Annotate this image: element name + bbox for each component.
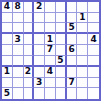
cell-r3c9[interactable] — [88, 23, 99, 34]
cell-r6c5[interactable] — [45, 56, 56, 67]
cell-r7c9[interactable] — [88, 67, 99, 78]
cell-r3c4[interactable] — [34, 23, 45, 34]
cell-r5c8[interactable] — [77, 45, 88, 56]
cell-r1c4[interactable]: 2 — [34, 2, 45, 13]
cell-r8c8[interactable] — [77, 78, 88, 89]
cell-r9c2[interactable] — [13, 88, 24, 99]
cell-r9c9[interactable] — [88, 88, 99, 99]
sudoku-board: 48215314765124375 — [0, 0, 101, 101]
cell-r8c4[interactable]: 3 — [34, 78, 45, 89]
cell-r6c8[interactable] — [77, 56, 88, 67]
cell-r6c2[interactable] — [13, 56, 24, 67]
cell-r5c3[interactable] — [24, 45, 35, 56]
cell-r5c2[interactable] — [13, 45, 24, 56]
cell-r6c7[interactable] — [67, 56, 78, 67]
cell-r7c2[interactable] — [13, 67, 24, 78]
cell-r2c6[interactable] — [56, 13, 67, 24]
cell-r4c4[interactable] — [34, 34, 45, 45]
cell-r1c3[interactable] — [24, 2, 35, 13]
cell-r8c7[interactable]: 7 — [67, 78, 78, 89]
cell-r1c5[interactable] — [45, 2, 56, 13]
cell-r7c3[interactable]: 2 — [24, 67, 35, 78]
cell-r3c3[interactable] — [24, 23, 35, 34]
cell-r2c1[interactable] — [2, 13, 13, 24]
cell-r2c2[interactable] — [13, 13, 24, 24]
cell-r8c3[interactable] — [24, 78, 35, 89]
cell-r8c1[interactable] — [2, 78, 13, 89]
cell-r9c6[interactable] — [56, 88, 67, 99]
cell-r1c1[interactable]: 4 — [2, 2, 13, 13]
cell-r9c7[interactable] — [67, 88, 78, 99]
cell-r4c2[interactable]: 3 — [13, 34, 24, 45]
cell-r6c4[interactable] — [34, 56, 45, 67]
cell-r5c7[interactable]: 6 — [67, 45, 78, 56]
cell-r6c3[interactable] — [24, 56, 35, 67]
cell-r1c2[interactable]: 8 — [13, 2, 24, 13]
cell-r9c1[interactable]: 5 — [2, 88, 13, 99]
cell-r5c5[interactable]: 7 — [45, 45, 56, 56]
cell-r1c9[interactable] — [88, 2, 99, 13]
cell-r7c1[interactable]: 1 — [2, 67, 13, 78]
cell-r9c8[interactable] — [77, 88, 88, 99]
cell-r8c9[interactable] — [88, 78, 99, 89]
cell-r7c8[interactable] — [77, 67, 88, 78]
cell-r3c6[interactable] — [56, 23, 67, 34]
cell-r8c2[interactable] — [13, 78, 24, 89]
cell-r5c4[interactable] — [34, 45, 45, 56]
cell-r2c8[interactable]: 1 — [77, 13, 88, 24]
cell-r5c9[interactable] — [88, 45, 99, 56]
cell-r9c3[interactable] — [24, 88, 35, 99]
cell-r7c5[interactable]: 4 — [45, 67, 56, 78]
cell-r2c4[interactable] — [34, 13, 45, 24]
cell-r3c2[interactable] — [13, 23, 24, 34]
cell-r9c4[interactable] — [34, 88, 45, 99]
cell-r9c5[interactable] — [45, 88, 56, 99]
cell-r8c5[interactable] — [45, 78, 56, 89]
cell-r7c4[interactable] — [34, 67, 45, 78]
cell-r2c9[interactable] — [88, 13, 99, 24]
cell-r6c6[interactable]: 5 — [56, 56, 67, 67]
cell-r4c1[interactable] — [2, 34, 13, 45]
cell-r4c3[interactable] — [24, 34, 35, 45]
cell-r8c6[interactable] — [56, 78, 67, 89]
cell-r3c7[interactable]: 5 — [67, 23, 78, 34]
cell-r6c1[interactable] — [2, 56, 13, 67]
cell-r4c9[interactable]: 4 — [88, 34, 99, 45]
cell-r7c7[interactable] — [67, 67, 78, 78]
cell-r4c8[interactable] — [77, 34, 88, 45]
cell-r2c3[interactable] — [24, 13, 35, 24]
cell-r3c5[interactable] — [45, 23, 56, 34]
cell-r2c5[interactable] — [45, 13, 56, 24]
cell-r5c1[interactable] — [2, 45, 13, 56]
cell-r6c9[interactable] — [88, 56, 99, 67]
cell-r7c6[interactable] — [56, 67, 67, 78]
cell-r3c1[interactable] — [2, 23, 13, 34]
cell-r1c7[interactable] — [67, 2, 78, 13]
cell-r4c6[interactable] — [56, 34, 67, 45]
cell-r3c8[interactable] — [77, 23, 88, 34]
cell-r1c6[interactable] — [56, 2, 67, 13]
